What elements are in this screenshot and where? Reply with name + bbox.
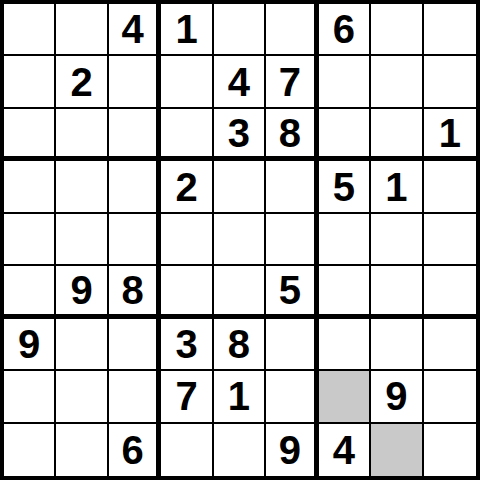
cell-r5c4[interactable] bbox=[161, 214, 213, 266]
cell-r9c6-given: 9 bbox=[266, 424, 318, 476]
cell-r9c8[interactable] bbox=[371, 424, 423, 476]
cell-r6c5[interactable] bbox=[214, 266, 266, 318]
cell-r5c5[interactable] bbox=[214, 214, 266, 266]
cell-r6c9[interactable] bbox=[424, 266, 476, 318]
cell-r4c7-given: 5 bbox=[319, 161, 371, 213]
cell-r4c1[interactable] bbox=[4, 161, 56, 213]
cell-r6c1[interactable] bbox=[4, 266, 56, 318]
cell-r2c5-given: 4 bbox=[214, 56, 266, 108]
cell-r6c7[interactable] bbox=[319, 266, 371, 318]
cell-r1c4-given: 1 bbox=[161, 4, 213, 56]
cell-r7c7[interactable] bbox=[319, 319, 371, 371]
cell-r2c2-given: 2 bbox=[56, 56, 108, 108]
cell-r5c1[interactable] bbox=[4, 214, 56, 266]
cell-r9c3-given: 6 bbox=[109, 424, 161, 476]
cell-r1c9[interactable] bbox=[424, 4, 476, 56]
cell-r4c2[interactable] bbox=[56, 161, 108, 213]
cell-r2c9[interactable] bbox=[424, 56, 476, 108]
cell-r9c4[interactable] bbox=[161, 424, 213, 476]
cell-r4c5[interactable] bbox=[214, 161, 266, 213]
cell-r1c5[interactable] bbox=[214, 4, 266, 56]
cell-r9c2[interactable] bbox=[56, 424, 108, 476]
cell-r1c7-given: 6 bbox=[319, 4, 371, 56]
cell-r7c2[interactable] bbox=[56, 319, 108, 371]
cell-r3c2[interactable] bbox=[56, 109, 108, 161]
cell-r3c8[interactable] bbox=[371, 109, 423, 161]
cell-r7c8[interactable] bbox=[371, 319, 423, 371]
cell-r5c2[interactable] bbox=[56, 214, 108, 266]
cell-r3c4[interactable] bbox=[161, 109, 213, 161]
cell-r5c7[interactable] bbox=[319, 214, 371, 266]
cell-r8c8-given: 9 bbox=[371, 371, 423, 423]
cell-r9c9[interactable] bbox=[424, 424, 476, 476]
cell-r6c3-given: 8 bbox=[109, 266, 161, 318]
cell-r5c3[interactable] bbox=[109, 214, 161, 266]
sudoku-board: 416247381251985938719694 bbox=[0, 0, 480, 480]
cell-r6c8[interactable] bbox=[371, 266, 423, 318]
cell-r7c6[interactable] bbox=[266, 319, 318, 371]
cell-r8c5-given: 1 bbox=[214, 371, 266, 423]
cell-r6c6-given: 5 bbox=[266, 266, 318, 318]
cell-r4c4-given: 2 bbox=[161, 161, 213, 213]
cell-r7c5-given: 8 bbox=[214, 319, 266, 371]
cell-r2c6-given: 7 bbox=[266, 56, 318, 108]
cell-r8c3[interactable] bbox=[109, 371, 161, 423]
cell-r9c1[interactable] bbox=[4, 424, 56, 476]
cell-r1c1[interactable] bbox=[4, 4, 56, 56]
cell-r3c5-given: 3 bbox=[214, 109, 266, 161]
cell-r8c1[interactable] bbox=[4, 371, 56, 423]
cell-r6c2-given: 9 bbox=[56, 266, 108, 318]
cell-r5c8[interactable] bbox=[371, 214, 423, 266]
cell-r4c8-given: 1 bbox=[371, 161, 423, 213]
cell-r9c7-given: 4 bbox=[319, 424, 371, 476]
cell-r5c6[interactable] bbox=[266, 214, 318, 266]
cell-r8c9[interactable] bbox=[424, 371, 476, 423]
cell-r1c2[interactable] bbox=[56, 4, 108, 56]
cell-r7c1-given: 9 bbox=[4, 319, 56, 371]
cell-r8c7[interactable] bbox=[319, 371, 371, 423]
cell-r1c8[interactable] bbox=[371, 4, 423, 56]
cell-r2c8[interactable] bbox=[371, 56, 423, 108]
cell-r4c6[interactable] bbox=[266, 161, 318, 213]
cell-r1c6[interactable] bbox=[266, 4, 318, 56]
cell-r4c9[interactable] bbox=[424, 161, 476, 213]
cell-r1c3-given: 4 bbox=[109, 4, 161, 56]
cell-r3c9-given: 1 bbox=[424, 109, 476, 161]
cell-r3c1[interactable] bbox=[4, 109, 56, 161]
cell-r9c5[interactable] bbox=[214, 424, 266, 476]
cell-r2c7[interactable] bbox=[319, 56, 371, 108]
cell-r4c3[interactable] bbox=[109, 161, 161, 213]
cell-r3c3[interactable] bbox=[109, 109, 161, 161]
cell-r7c4-given: 3 bbox=[161, 319, 213, 371]
cell-r8c2[interactable] bbox=[56, 371, 108, 423]
cell-r7c3[interactable] bbox=[109, 319, 161, 371]
cell-r2c3[interactable] bbox=[109, 56, 161, 108]
cell-r3c7[interactable] bbox=[319, 109, 371, 161]
cell-r5c9[interactable] bbox=[424, 214, 476, 266]
cell-r2c4[interactable] bbox=[161, 56, 213, 108]
cell-r8c4-given: 7 bbox=[161, 371, 213, 423]
cell-r3c6-given: 8 bbox=[266, 109, 318, 161]
cell-r2c1[interactable] bbox=[4, 56, 56, 108]
cell-r7c9[interactable] bbox=[424, 319, 476, 371]
cell-r6c4[interactable] bbox=[161, 266, 213, 318]
cell-r8c6[interactable] bbox=[266, 371, 318, 423]
